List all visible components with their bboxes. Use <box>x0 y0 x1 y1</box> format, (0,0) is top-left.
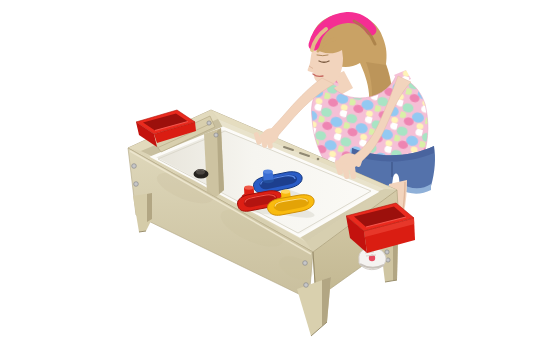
scene-illustration <box>0 0 533 355</box>
rim-dot <box>317 158 320 161</box>
photo-canvas <box>0 0 533 355</box>
